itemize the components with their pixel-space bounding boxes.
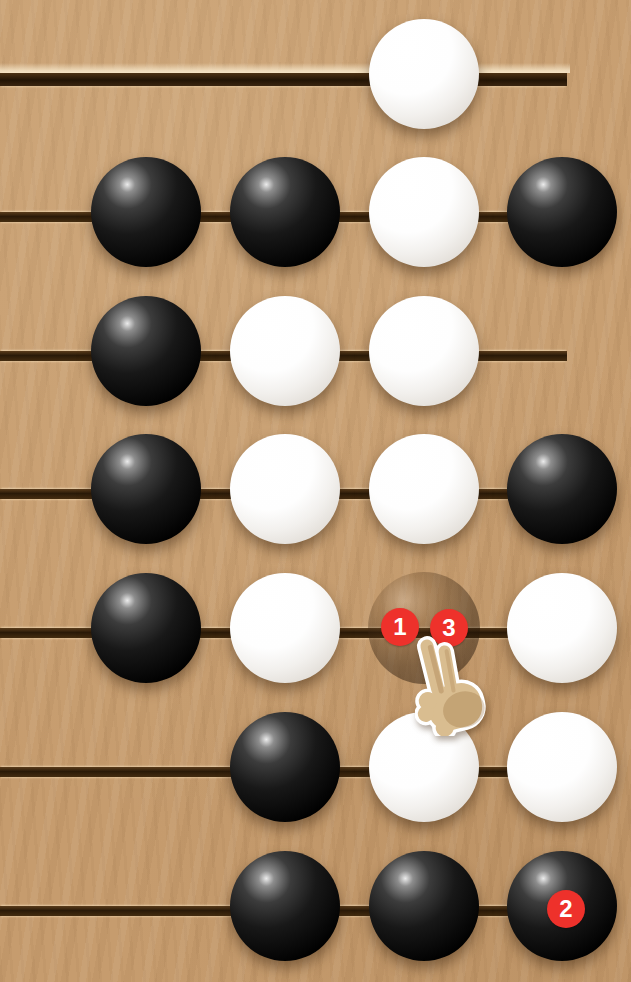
black-stone	[91, 296, 201, 406]
move-number-badge: 2	[547, 890, 585, 928]
white-stone	[369, 157, 479, 267]
black-stone	[91, 157, 201, 267]
black-stone	[369, 851, 479, 961]
grid-line-horizontal	[0, 73, 567, 86]
black-stone	[230, 712, 340, 822]
white-stone	[230, 296, 340, 406]
black-stone	[91, 434, 201, 544]
white-stone	[507, 712, 617, 822]
go-board[interactable]: 132	[0, 0, 631, 982]
white-stone	[369, 296, 479, 406]
board-top-edge-highlight	[0, 63, 570, 73]
black-stone	[507, 157, 617, 267]
white-stone	[507, 573, 617, 683]
go-board-viewport: 132	[0, 0, 631, 982]
black-stone	[91, 573, 201, 683]
white-stone	[369, 19, 479, 129]
black-stone	[507, 434, 617, 544]
white-stone	[230, 573, 340, 683]
black-stone	[230, 851, 340, 961]
white-stone	[369, 434, 479, 544]
white-stone	[230, 434, 340, 544]
move-number-badge: 1	[381, 608, 419, 646]
hand-tap-cursor-icon	[415, 632, 505, 736]
black-stone	[230, 157, 340, 267]
